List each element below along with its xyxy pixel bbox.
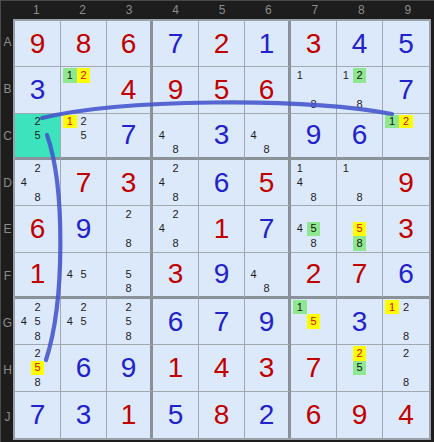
cell-J2[interactable]: 3 xyxy=(61,392,107,438)
candidates-grid-C4: 48 xyxy=(155,115,196,156)
candidate-H9-8[interactable]: 8 xyxy=(399,375,413,389)
cell-value-A5: 2 xyxy=(199,21,244,66)
candidates-grid-B2: 12 xyxy=(63,68,104,111)
cell-C9[interactable]: 12 xyxy=(383,114,429,160)
candidate-B8-2[interactable]: 2 xyxy=(353,68,367,82)
cell-value-J8: 9 xyxy=(337,392,382,438)
cell-G3[interactable]: 258 xyxy=(107,299,153,345)
cell-value-B5: 5 xyxy=(199,67,244,112)
cell-value-F5: 9 xyxy=(199,253,244,296)
cell-A3[interactable]: 6 xyxy=(107,21,153,67)
cell-value-A7: 3 xyxy=(291,21,336,66)
cell-G5[interactable]: 7 xyxy=(199,299,245,345)
candidate-C1-5[interactable]: 5 xyxy=(31,128,45,142)
candidate-C2-1[interactable]: 1 xyxy=(63,115,77,129)
candidate-E8-8[interactable]: 8 xyxy=(353,236,367,250)
candidate-E3-8[interactable]: 8 xyxy=(122,236,135,250)
cell-E1[interactable]: 6 xyxy=(15,206,61,252)
cell-C4[interactable]: 48 xyxy=(153,114,199,160)
cell-value-C5: 3 xyxy=(199,114,244,157)
cell-value-E1: 6 xyxy=(15,206,60,251)
candidate-G1-4[interactable]: 4 xyxy=(17,314,31,328)
cell-F9[interactable]: 6 xyxy=(383,253,429,299)
candidates-grid-B8: 128 xyxy=(339,68,380,111)
cell-D1[interactable]: 248 xyxy=(15,160,61,206)
cell-value-D5: 6 xyxy=(199,160,244,205)
cell-C5[interactable]: 3 xyxy=(199,114,245,160)
candidates-grid-G2: 245 xyxy=(63,300,104,343)
cell-F5[interactable]: 9 xyxy=(199,253,245,299)
candidate-D1-8[interactable]: 8 xyxy=(31,190,45,204)
cell-value-A3: 6 xyxy=(107,21,150,66)
cell-value-F4: 3 xyxy=(153,253,198,296)
cell-J9[interactable]: 4 xyxy=(383,392,429,438)
candidate-G9-2[interactable]: 2 xyxy=(399,300,413,314)
cell-B6[interactable]: 6 xyxy=(245,67,291,113)
cell-H4[interactable]: 1 xyxy=(153,345,199,391)
candidates-grid-H8: 25 xyxy=(339,346,380,389)
cell-B1[interactable]: 3 xyxy=(15,67,61,113)
cell-A8[interactable]: 4 xyxy=(337,21,383,67)
cell-B9[interactable]: 7 xyxy=(383,67,429,113)
cell-E9[interactable]: 3 xyxy=(383,206,429,252)
cell-D4[interactable]: 248 xyxy=(153,160,199,206)
cell-H2[interactable]: 6 xyxy=(61,345,107,391)
cell-C6[interactable]: 48 xyxy=(245,114,291,160)
candidate-G9-8[interactable]: 8 xyxy=(399,329,413,343)
candidate-G3-8[interactable]: 8 xyxy=(122,329,135,343)
candidate-C2-5[interactable]: 5 xyxy=(77,128,91,142)
candidate-D4-8[interactable]: 8 xyxy=(169,190,183,204)
candidate-D1-2[interactable]: 2 xyxy=(31,161,45,175)
cell-E2[interactable]: 9 xyxy=(61,206,107,252)
candidate-C4-4[interactable]: 4 xyxy=(155,128,169,142)
cell-value-J5: 8 xyxy=(199,392,244,438)
cell-J4[interactable]: 5 xyxy=(153,392,199,438)
cell-G9[interactable]: 128 xyxy=(383,299,429,345)
cell-F7[interactable]: 2 xyxy=(291,253,337,299)
cell-value-E9: 3 xyxy=(383,206,429,251)
cell-B3[interactable]: 4 xyxy=(107,67,153,113)
candidate-F6-8[interactable]: 8 xyxy=(260,281,273,295)
cell-H8[interactable]: 25 xyxy=(337,345,383,391)
cell-value-F1: 1 xyxy=(15,253,60,296)
cell-value-A4: 7 xyxy=(153,21,198,66)
cell-A7[interactable]: 3 xyxy=(291,21,337,67)
cell-D2[interactable]: 7 xyxy=(61,160,107,206)
cell-D6[interactable]: 5 xyxy=(245,160,291,206)
cell-value-J2: 3 xyxy=(61,392,106,438)
candidate-H1-8[interactable]: 8 xyxy=(31,375,45,389)
column-label-5: 5 xyxy=(199,2,245,18)
candidate-G3-2[interactable]: 2 xyxy=(122,300,135,314)
candidates-grid-D8: 18 xyxy=(339,161,380,204)
column-label-8: 8 xyxy=(338,2,384,18)
cell-B4[interactable]: 9 xyxy=(153,67,199,113)
candidate-G1-8[interactable]: 8 xyxy=(31,329,45,343)
cell-value-A9: 5 xyxy=(383,21,429,66)
candidate-F2-4[interactable]: 4 xyxy=(63,267,77,281)
cell-J7[interactable]: 6 xyxy=(291,392,337,438)
cell-H3[interactable]: 9 xyxy=(107,345,153,391)
cell-value-G6: 9 xyxy=(245,299,288,344)
cell-F8[interactable]: 7 xyxy=(337,253,383,299)
cell-F3[interactable]: 58 xyxy=(107,253,153,299)
candidate-B2-2[interactable]: 2 xyxy=(77,68,91,82)
cell-F1[interactable]: 1 xyxy=(15,253,61,299)
column-label-3: 3 xyxy=(106,2,152,18)
cell-A6[interactable]: 1 xyxy=(245,21,291,67)
candidate-E7-4[interactable]: 4 xyxy=(293,222,307,236)
candidate-B7-8[interactable]: 8 xyxy=(307,97,321,111)
cell-H7[interactable]: 7 xyxy=(291,345,337,391)
candidate-E4-2[interactable]: 2 xyxy=(169,207,183,221)
cell-value-H7: 7 xyxy=(291,345,336,390)
cell-value-G8: 3 xyxy=(337,299,382,344)
cell-B8[interactable]: 128 xyxy=(337,67,383,113)
cell-value-J3: 1 xyxy=(107,392,150,438)
candidate-F3-5[interactable]: 5 xyxy=(122,267,135,281)
candidate-G1-2[interactable]: 2 xyxy=(31,300,45,314)
cell-value-H5: 4 xyxy=(199,345,244,390)
cell-value-J1: 7 xyxy=(15,392,60,438)
candidate-F3-8[interactable]: 8 xyxy=(122,281,135,295)
cell-D8[interactable]: 18 xyxy=(337,160,383,206)
cell-value-B3: 4 xyxy=(107,67,150,112)
cell-H9[interactable]: 28 xyxy=(383,345,429,391)
cell-J6[interactable]: 2 xyxy=(245,392,291,438)
cell-E7[interactable]: 458 xyxy=(291,206,337,252)
cell-value-C7: 9 xyxy=(291,114,336,157)
cell-value-J7: 6 xyxy=(291,392,336,438)
cell-J1[interactable]: 7 xyxy=(15,392,61,438)
cell-A1[interactable]: 9 xyxy=(15,21,61,67)
candidates-grid-F3: 58 xyxy=(109,254,148,295)
candidates-grid-C6: 48 xyxy=(247,115,286,156)
candidate-B2-1[interactable]: 1 xyxy=(63,68,77,82)
cell-value-E2: 9 xyxy=(61,206,106,251)
candidate-C9-1[interactable]: 1 xyxy=(385,115,399,129)
cell-A5[interactable]: 2 xyxy=(199,21,245,67)
candidate-E8-5[interactable]: 5 xyxy=(353,222,367,236)
cell-value-J4: 5 xyxy=(153,392,198,438)
candidate-F2-5[interactable]: 5 xyxy=(77,267,91,281)
cell-F2[interactable]: 45 xyxy=(61,253,107,299)
cell-value-A8: 4 xyxy=(337,21,382,66)
cell-C8[interactable]: 6 xyxy=(337,114,383,160)
candidate-H8-2[interactable]: 2 xyxy=(353,346,367,360)
cell-C1[interactable]: 25 xyxy=(15,114,61,160)
cell-C3[interactable]: 7 xyxy=(107,114,153,160)
cell-value-H4: 1 xyxy=(153,345,198,390)
cell-A2[interactable]: 8 xyxy=(61,21,107,67)
candidate-D7-4[interactable]: 4 xyxy=(293,175,307,189)
candidates-grid-C2: 125 xyxy=(63,115,104,156)
cell-D3[interactable]: 3 xyxy=(107,160,153,206)
cell-value-A6: 1 xyxy=(245,21,288,66)
candidate-C4-8[interactable]: 8 xyxy=(169,142,183,156)
column-label-2: 2 xyxy=(59,2,105,18)
cell-value-H6: 3 xyxy=(245,345,288,390)
cell-J3[interactable]: 1 xyxy=(107,392,153,438)
candidate-G2-5[interactable]: 5 xyxy=(77,314,91,328)
column-label-4: 4 xyxy=(152,2,198,18)
candidate-G3-5[interactable]: 5 xyxy=(122,314,135,328)
candidate-E7-5[interactable]: 5 xyxy=(307,222,321,236)
cell-B2[interactable]: 12 xyxy=(61,67,107,113)
candidate-H1-5[interactable]: 5 xyxy=(31,361,45,375)
candidate-C9-2[interactable]: 2 xyxy=(399,115,413,129)
app-frame: 123456789 ABCDEFGHJ 98672134531249561812… xyxy=(0,0,434,442)
candidate-D4-2[interactable]: 2 xyxy=(169,161,183,175)
cell-value-B6: 6 xyxy=(245,67,288,112)
candidate-E4-4[interactable]: 4 xyxy=(155,222,169,236)
cell-value-B4: 9 xyxy=(153,67,198,112)
candidate-B8-8[interactable]: 8 xyxy=(353,97,367,111)
cell-value-J6: 2 xyxy=(245,392,288,438)
candidate-C2-2[interactable]: 2 xyxy=(77,115,91,129)
cell-value-D6: 5 xyxy=(245,160,288,205)
cell-value-D3: 3 xyxy=(107,160,150,205)
cell-J8[interactable]: 9 xyxy=(337,392,383,438)
candidate-B7-1[interactable]: 1 xyxy=(293,68,307,82)
candidate-D8-1[interactable]: 1 xyxy=(339,161,353,175)
candidate-D4-4[interactable]: 4 xyxy=(155,175,169,189)
cell-G8[interactable]: 3 xyxy=(337,299,383,345)
candidates-grid-E8: 58 xyxy=(339,207,380,250)
column-label-7: 7 xyxy=(292,2,338,18)
candidate-D8-8[interactable]: 8 xyxy=(353,190,367,204)
candidate-C6-8[interactable]: 8 xyxy=(260,142,273,156)
cell-value-D2: 7 xyxy=(61,160,106,205)
cell-D9[interactable]: 9 xyxy=(383,160,429,206)
cell-value-D9: 9 xyxy=(383,160,429,205)
candidate-C6-4[interactable]: 4 xyxy=(247,128,260,142)
cell-H1[interactable]: 258 xyxy=(15,345,61,391)
cell-value-A1: 9 xyxy=(15,21,60,66)
cell-G7[interactable]: 15 xyxy=(291,299,337,345)
candidates-grid-E3: 28 xyxy=(109,207,148,250)
candidates-grid-E7: 458 xyxy=(293,207,334,250)
candidates-grid-G7: 15 xyxy=(293,300,334,343)
cell-value-F7: 2 xyxy=(291,253,336,296)
cell-value-J9: 4 xyxy=(383,392,429,438)
cell-value-E5: 1 xyxy=(199,206,244,251)
cell-D5[interactable]: 6 xyxy=(199,160,245,206)
candidates-grid-C9: 12 xyxy=(385,115,427,156)
candidates-grid-D1: 248 xyxy=(17,161,58,204)
cell-G6[interactable]: 9 xyxy=(245,299,291,345)
candidates-grid-C1: 25 xyxy=(17,115,58,156)
cell-E8[interactable]: 58 xyxy=(337,206,383,252)
cell-A4[interactable]: 7 xyxy=(153,21,199,67)
candidate-G9-1[interactable]: 1 xyxy=(385,300,399,314)
candidate-G7-5[interactable]: 5 xyxy=(307,314,321,328)
cell-F4[interactable]: 3 xyxy=(153,253,199,299)
candidate-B8-1[interactable]: 1 xyxy=(339,68,353,82)
cell-C2[interactable]: 125 xyxy=(61,114,107,160)
candidate-C1-2[interactable]: 2 xyxy=(31,115,45,129)
cell-value-H3: 9 xyxy=(107,345,150,390)
cell-G2[interactable]: 245 xyxy=(61,299,107,345)
candidates-grid-F6: 48 xyxy=(247,254,286,295)
cell-H6[interactable]: 3 xyxy=(245,345,291,391)
cell-value-B1: 3 xyxy=(15,67,60,112)
candidate-G7-1[interactable]: 1 xyxy=(293,300,307,314)
cell-value-F8: 7 xyxy=(337,253,382,296)
candidate-D7-8[interactable]: 8 xyxy=(307,190,321,204)
cell-D7[interactable]: 148 xyxy=(291,160,337,206)
candidates-grid-B7: 18 xyxy=(293,68,334,111)
candidate-E7-8[interactable]: 8 xyxy=(307,236,321,250)
candidate-E3-2[interactable]: 2 xyxy=(122,207,135,221)
candidate-H1-2[interactable]: 2 xyxy=(31,346,45,360)
cell-value-B9: 7 xyxy=(383,67,429,112)
cell-value-G5: 7 xyxy=(199,299,244,344)
cell-G1[interactable]: 2458 xyxy=(15,299,61,345)
candidates-grid-D7: 148 xyxy=(293,161,334,204)
cell-C7[interactable]: 9 xyxy=(291,114,337,160)
candidate-D1-4[interactable]: 4 xyxy=(17,175,31,189)
candidate-G2-4[interactable]: 4 xyxy=(63,314,77,328)
cell-E4[interactable]: 248 xyxy=(153,206,199,252)
candidate-E4-8[interactable]: 8 xyxy=(169,236,183,250)
cell-E5[interactable]: 1 xyxy=(199,206,245,252)
candidate-G2-2[interactable]: 2 xyxy=(77,300,91,314)
cell-value-E6: 7 xyxy=(245,206,288,251)
candidate-H9-2[interactable]: 2 xyxy=(399,346,413,360)
sudoku-board[interactable]: 9867213453124956181287251257483489612248… xyxy=(13,19,431,440)
candidates-grid-H9: 28 xyxy=(385,346,427,389)
cell-F6[interactable]: 48 xyxy=(245,253,291,299)
cell-H5[interactable]: 4 xyxy=(199,345,245,391)
column-label-1: 1 xyxy=(13,2,59,18)
column-labels: 123456789 xyxy=(13,2,431,18)
candidates-grid-E4: 248 xyxy=(155,207,196,250)
cell-B5[interactable]: 5 xyxy=(199,67,245,113)
candidate-D7-1[interactable]: 1 xyxy=(293,161,307,175)
cell-value-A2: 8 xyxy=(61,21,106,66)
cell-G4[interactable]: 6 xyxy=(153,299,199,345)
candidate-H8-5[interactable]: 5 xyxy=(353,361,367,375)
candidates-grid-D4: 248 xyxy=(155,161,196,204)
cell-value-C3: 7 xyxy=(107,114,150,157)
cell-J5[interactable]: 8 xyxy=(199,392,245,438)
cell-B7[interactable]: 18 xyxy=(291,67,337,113)
cell-value-C8: 6 xyxy=(337,114,382,157)
candidates-grid-F2: 45 xyxy=(63,254,104,295)
candidate-G1-5[interactable]: 5 xyxy=(31,314,45,328)
cell-value-G4: 6 xyxy=(153,299,198,344)
candidate-F6-4[interactable]: 4 xyxy=(247,267,260,281)
cell-value-H2: 6 xyxy=(61,345,106,390)
candidates-grid-G9: 128 xyxy=(385,300,427,343)
column-label-9: 9 xyxy=(385,2,431,18)
candidates-grid-G3: 258 xyxy=(109,300,148,343)
candidates-grid-G1: 2458 xyxy=(17,300,58,343)
column-label-6: 6 xyxy=(245,2,291,18)
cell-E6[interactable]: 7 xyxy=(245,206,291,252)
cell-E3[interactable]: 28 xyxy=(107,206,153,252)
cell-value-F9: 6 xyxy=(383,253,429,296)
candidates-grid-H1: 258 xyxy=(17,346,58,389)
cell-A9[interactable]: 5 xyxy=(383,21,429,67)
